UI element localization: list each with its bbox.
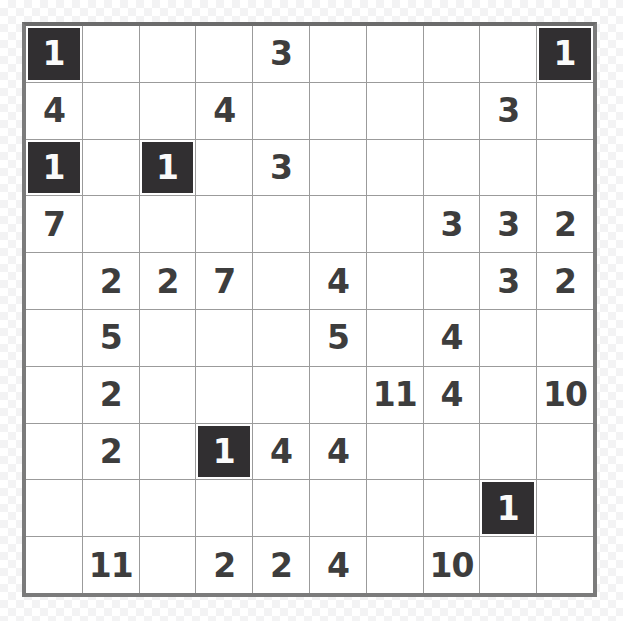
clue-number: 2 (270, 549, 292, 582)
cell-r9c4[interactable]: 2 (253, 537, 309, 593)
cell-r3c7[interactable]: 3 (424, 196, 480, 252)
cell-r0c5[interactable] (310, 26, 366, 82)
cell-r9c6[interactable] (367, 537, 423, 593)
cell-r0c1[interactable] (83, 26, 139, 82)
filled-square[interactable]: 1 (539, 28, 591, 80)
cell-r0c8[interactable] (480, 26, 536, 82)
cell-r9c2[interactable] (140, 537, 196, 593)
clue-number: 11 (373, 378, 417, 411)
cell-r4c1[interactable]: 2 (83, 253, 139, 309)
cell-r7c1[interactable]: 2 (83, 424, 139, 480)
clue-number: 2 (100, 378, 122, 411)
cell-r5c9[interactable] (537, 310, 593, 366)
cell-r6c7[interactable]: 4 (424, 367, 480, 423)
cell-r2c5[interactable] (310, 140, 366, 196)
clue-number: 7 (43, 208, 65, 241)
cell-r3c1[interactable] (83, 196, 139, 252)
cell-r4c4[interactable] (253, 253, 309, 309)
clue-number: 5 (327, 321, 349, 354)
cell-r8c6[interactable] (367, 480, 423, 536)
cell-r3c9[interactable]: 2 (537, 196, 593, 252)
cell-r4c6[interactable] (367, 253, 423, 309)
clue-number: 4 (441, 378, 463, 411)
cell-r5c7[interactable]: 4 (424, 310, 480, 366)
cell-r0c4[interactable]: 3 (253, 26, 309, 82)
cell-r4c8[interactable]: 3 (480, 253, 536, 309)
cell-r6c6[interactable]: 11 (367, 367, 423, 423)
cell-r7c5[interactable]: 4 (310, 424, 366, 480)
cell-r0c2[interactable] (140, 26, 196, 82)
clue-number: 3 (497, 94, 519, 127)
cell-r0c6[interactable] (367, 26, 423, 82)
clue-number: 10 (430, 549, 474, 582)
cell-r6c9[interactable]: 10 (537, 367, 593, 423)
clue-number: 1 (156, 151, 179, 184)
cell-r7c0[interactable] (26, 424, 82, 480)
cell-r2c4[interactable]: 3 (253, 140, 309, 196)
clue-number: 2 (554, 265, 576, 298)
filled-square[interactable]: 1 (482, 482, 534, 534)
cell-r5c3[interactable] (196, 310, 252, 366)
clue-number: 4 (213, 94, 235, 127)
filled-square[interactable]: 1 (28, 142, 80, 194)
cell-r7c4[interactable]: 4 (253, 424, 309, 480)
cell-r8c0[interactable] (26, 480, 82, 536)
clue-number: 1 (554, 37, 577, 70)
cell-r3c5[interactable] (310, 196, 366, 252)
cell-r1c4[interactable] (253, 83, 309, 139)
clue-number: 2 (213, 549, 235, 582)
cell-r4c2[interactable]: 2 (140, 253, 196, 309)
cell-r8c4[interactable] (253, 480, 309, 536)
cell-r9c5[interactable]: 4 (310, 537, 366, 593)
cell-r7c2[interactable] (140, 424, 196, 480)
cell-r3c4[interactable] (253, 196, 309, 252)
cell-r2c9[interactable] (537, 140, 593, 196)
cell-r1c3[interactable]: 4 (196, 83, 252, 139)
cell-r5c0[interactable] (26, 310, 82, 366)
clue-number: 1 (213, 435, 236, 468)
filled-square[interactable]: 1 (142, 142, 194, 194)
cell-r3c3[interactable] (196, 196, 252, 252)
puzzle-board: 1314431137332227432554211410214411122410 (22, 22, 597, 597)
cell-r7c7[interactable] (424, 424, 480, 480)
cell-r9c0[interactable] (26, 537, 82, 593)
cell-r2c2[interactable]: 1 (140, 140, 196, 196)
cell-r7c9[interactable] (537, 424, 593, 480)
cell-r2c1[interactable] (83, 140, 139, 196)
cell-r2c7[interactable] (424, 140, 480, 196)
cell-r5c5[interactable]: 5 (310, 310, 366, 366)
clue-number: 4 (441, 321, 463, 354)
cell-r5c1[interactable]: 5 (83, 310, 139, 366)
cell-r4c0[interactable] (26, 253, 82, 309)
cell-r6c2[interactable] (140, 367, 196, 423)
cell-r2c0[interactable]: 1 (26, 140, 82, 196)
cell-r1c9[interactable] (537, 83, 593, 139)
cell-r8c2[interactable] (140, 480, 196, 536)
clue-number: 7 (213, 265, 235, 298)
cell-r7c3[interactable]: 1 (196, 424, 252, 480)
cell-r1c2[interactable] (140, 83, 196, 139)
clue-number: 1 (497, 492, 520, 525)
cell-r8c8[interactable]: 1 (480, 480, 536, 536)
cell-r1c0[interactable]: 4 (26, 83, 82, 139)
clue-number: 3 (270, 37, 292, 70)
cell-r1c8[interactable]: 3 (480, 83, 536, 139)
clue-number: 2 (157, 265, 179, 298)
cell-r8c5[interactable] (310, 480, 366, 536)
cell-r1c1[interactable] (83, 83, 139, 139)
cell-r8c7[interactable] (424, 480, 480, 536)
cell-r2c8[interactable] (480, 140, 536, 196)
clue-number: 2 (100, 265, 122, 298)
cell-r6c8[interactable] (480, 367, 536, 423)
cell-r1c6[interactable] (367, 83, 423, 139)
cell-r6c4[interactable] (253, 367, 309, 423)
cell-r5c6[interactable] (367, 310, 423, 366)
cell-r2c6[interactable] (367, 140, 423, 196)
clue-number: 11 (89, 549, 133, 582)
cell-r7c8[interactable] (480, 424, 536, 480)
cell-r0c9[interactable]: 1 (537, 26, 593, 82)
cell-r6c5[interactable] (310, 367, 366, 423)
cell-r9c8[interactable] (480, 537, 536, 593)
cell-r9c9[interactable] (537, 537, 593, 593)
clue-number: 2 (100, 435, 122, 468)
clue-number: 4 (270, 435, 292, 468)
cell-r6c0[interactable] (26, 367, 82, 423)
cell-r3c6[interactable] (367, 196, 423, 252)
cell-r9c3[interactable]: 2 (196, 537, 252, 593)
cell-r4c7[interactable] (424, 253, 480, 309)
cell-r4c5[interactable]: 4 (310, 253, 366, 309)
cell-r3c0[interactable]: 7 (26, 196, 82, 252)
clue-number: 1 (42, 37, 65, 70)
cell-r0c3[interactable] (196, 26, 252, 82)
cell-r6c1[interactable]: 2 (83, 367, 139, 423)
clue-number: 10 (543, 378, 587, 411)
cell-r2c3[interactable] (196, 140, 252, 196)
cell-r7c6[interactable] (367, 424, 423, 480)
filled-square[interactable]: 1 (28, 28, 80, 80)
clue-number: 3 (270, 151, 292, 184)
clue-number: 4 (327, 265, 349, 298)
clue-number: 1 (42, 151, 65, 184)
clue-number: 2 (554, 208, 576, 241)
cell-r0c7[interactable] (424, 26, 480, 82)
cell-r4c9[interactable]: 2 (537, 253, 593, 309)
cell-r3c8[interactable]: 3 (480, 196, 536, 252)
cell-r6c3[interactable] (196, 367, 252, 423)
cell-r9c1[interactable]: 11 (83, 537, 139, 593)
cell-r4c3[interactable]: 7 (196, 253, 252, 309)
cell-r5c2[interactable] (140, 310, 196, 366)
clue-number: 4 (327, 435, 349, 468)
clue-number: 4 (43, 94, 65, 127)
cell-r5c4[interactable] (253, 310, 309, 366)
cell-r8c9[interactable] (537, 480, 593, 536)
cell-r5c8[interactable] (480, 310, 536, 366)
clue-number: 3 (497, 265, 519, 298)
filled-square[interactable]: 1 (198, 426, 250, 478)
cell-r1c7[interactable] (424, 83, 480, 139)
cell-r8c1[interactable] (83, 480, 139, 536)
cell-r8c3[interactable] (196, 480, 252, 536)
cell-r0c0[interactable]: 1 (26, 26, 82, 82)
cell-r3c2[interactable] (140, 196, 196, 252)
cell-r1c5[interactable] (310, 83, 366, 139)
clue-number: 5 (100, 321, 122, 354)
cell-r9c7[interactable]: 10 (424, 537, 480, 593)
clue-number: 3 (441, 208, 463, 241)
clue-number: 4 (327, 549, 349, 582)
clue-number: 3 (497, 208, 519, 241)
